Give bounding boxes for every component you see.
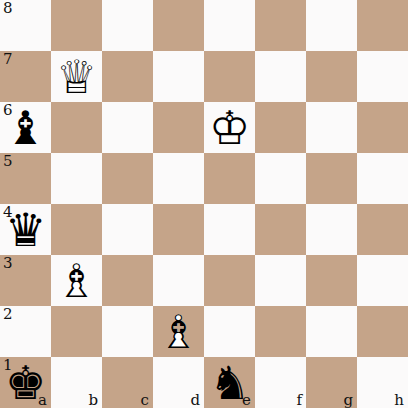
square-a8[interactable]: 8 — [0, 0, 51, 51]
file-label-f: f — [296, 392, 302, 408]
rank-label-8: 8 — [3, 1, 13, 16]
square-b1[interactable]: b — [51, 357, 102, 408]
black-bishop-glyph: ♝ — [5, 105, 46, 151]
square-e8[interactable] — [204, 0, 255, 51]
square-h1[interactable]: h — [357, 357, 408, 408]
square-f4[interactable] — [255, 204, 306, 255]
white-queen-outline-glyph: ♕ — [56, 54, 97, 100]
chess-board: 87♛♕6♝♚♔54♛3♝♗2♝♗1a♚bcde♞fgh — [0, 0, 408, 408]
square-h4[interactable] — [357, 204, 408, 255]
square-e1[interactable]: e♞ — [204, 357, 255, 408]
square-e2[interactable] — [204, 306, 255, 357]
square-f3[interactable] — [255, 255, 306, 306]
square-h8[interactable] — [357, 0, 408, 51]
black-knight-glyph: ♞ — [209, 360, 250, 406]
square-h5[interactable] — [357, 153, 408, 204]
square-d1[interactable]: d — [153, 357, 204, 408]
square-e7[interactable] — [204, 51, 255, 102]
square-c5[interactable] — [102, 153, 153, 204]
square-c3[interactable] — [102, 255, 153, 306]
square-d4[interactable] — [153, 204, 204, 255]
square-g7[interactable] — [306, 51, 357, 102]
black-bishop[interactable]: ♝ — [0, 102, 51, 153]
square-d3[interactable] — [153, 255, 204, 306]
square-d5[interactable] — [153, 153, 204, 204]
file-label-d: d — [190, 392, 200, 408]
white-bishop-outline-glyph: ♗ — [158, 309, 199, 355]
square-a1[interactable]: 1a♚ — [0, 357, 51, 408]
square-f5[interactable] — [255, 153, 306, 204]
square-d2[interactable]: ♝♗ — [153, 306, 204, 357]
square-d8[interactable] — [153, 0, 204, 51]
file-label-g: g — [343, 392, 353, 408]
file-label-b: b — [88, 392, 98, 408]
white-queen[interactable]: ♛♕ — [51, 51, 102, 102]
square-h6[interactable] — [357, 102, 408, 153]
square-f7[interactable] — [255, 51, 306, 102]
white-bishop[interactable]: ♝♗ — [153, 306, 204, 357]
square-b2[interactable] — [51, 306, 102, 357]
square-g4[interactable] — [306, 204, 357, 255]
square-d7[interactable] — [153, 51, 204, 102]
square-g3[interactable] — [306, 255, 357, 306]
square-g1[interactable]: g — [306, 357, 357, 408]
black-king[interactable]: ♚ — [0, 357, 51, 408]
square-a2[interactable]: 2 — [0, 306, 51, 357]
square-b4[interactable] — [51, 204, 102, 255]
square-b8[interactable] — [51, 0, 102, 51]
square-a4[interactable]: 4♛ — [0, 204, 51, 255]
square-f1[interactable]: f — [255, 357, 306, 408]
rank-label-3: 3 — [3, 256, 13, 271]
square-e5[interactable] — [204, 153, 255, 204]
rank-label-7: 7 — [3, 52, 13, 67]
square-a3[interactable]: 3 — [0, 255, 51, 306]
file-label-h: h — [394, 392, 404, 408]
black-queen[interactable]: ♛ — [0, 204, 51, 255]
file-label-c: c — [141, 392, 149, 408]
square-c1[interactable]: c — [102, 357, 153, 408]
square-h2[interactable] — [357, 306, 408, 357]
square-c2[interactable] — [102, 306, 153, 357]
square-b6[interactable] — [51, 102, 102, 153]
square-g2[interactable] — [306, 306, 357, 357]
square-a5[interactable]: 5 — [0, 153, 51, 204]
square-c6[interactable] — [102, 102, 153, 153]
rank-label-5: 5 — [3, 154, 13, 169]
square-h7[interactable] — [357, 51, 408, 102]
square-f2[interactable] — [255, 306, 306, 357]
square-b7[interactable]: ♛♕ — [51, 51, 102, 102]
white-bishop-outline-glyph: ♗ — [56, 258, 97, 304]
square-e4[interactable] — [204, 204, 255, 255]
square-g8[interactable] — [306, 0, 357, 51]
square-f8[interactable] — [255, 0, 306, 51]
square-b5[interactable] — [51, 153, 102, 204]
square-a6[interactable]: 6♝ — [0, 102, 51, 153]
square-g6[interactable] — [306, 102, 357, 153]
square-b3[interactable]: ♝♗ — [51, 255, 102, 306]
square-d6[interactable] — [153, 102, 204, 153]
white-bishop[interactable]: ♝♗ — [51, 255, 102, 306]
square-h3[interactable] — [357, 255, 408, 306]
rank-label-2: 2 — [3, 307, 13, 322]
square-c4[interactable] — [102, 204, 153, 255]
square-c7[interactable] — [102, 51, 153, 102]
square-c8[interactable] — [102, 0, 153, 51]
black-king-glyph: ♚ — [5, 360, 46, 406]
white-king-outline-glyph: ♔ — [209, 105, 250, 151]
black-queen-glyph: ♛ — [5, 207, 46, 253]
black-knight[interactable]: ♞ — [204, 357, 255, 408]
white-king[interactable]: ♚♔ — [204, 102, 255, 153]
square-e6[interactable]: ♚♔ — [204, 102, 255, 153]
square-g5[interactable] — [306, 153, 357, 204]
square-f6[interactable] — [255, 102, 306, 153]
square-a7[interactable]: 7 — [0, 51, 51, 102]
square-e3[interactable] — [204, 255, 255, 306]
